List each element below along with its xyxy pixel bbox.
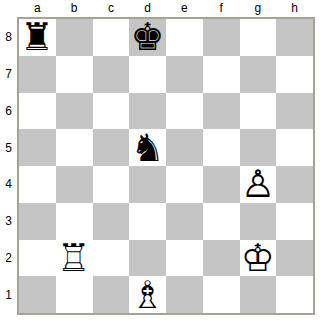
square-b2[interactable]: ♖ xyxy=(56,240,93,277)
square-h8[interactable] xyxy=(276,19,313,56)
white-king-icon[interactable]: ♔ xyxy=(241,240,275,276)
square-e3[interactable] xyxy=(166,203,203,240)
square-d7[interactable] xyxy=(129,56,166,93)
rank-label-2: 2 xyxy=(0,240,17,277)
square-c1[interactable] xyxy=(93,276,130,313)
file-label-h: h xyxy=(276,0,313,17)
square-e8[interactable] xyxy=(166,19,203,56)
file-label-f: f xyxy=(203,0,240,17)
square-a3[interactable] xyxy=(19,203,56,240)
square-g3[interactable] xyxy=(240,203,277,240)
chess-diagram: abcdefgh 87654321 ♜♚♞♙♖♔♗ xyxy=(0,0,320,320)
square-b4[interactable] xyxy=(56,166,93,203)
square-c7[interactable] xyxy=(93,56,130,93)
square-d1[interactable]: ♗ xyxy=(129,276,166,313)
file-labels: abcdefgh xyxy=(19,0,313,17)
square-g4[interactable]: ♙ xyxy=(240,166,277,203)
square-f1[interactable] xyxy=(203,276,240,313)
square-g5[interactable] xyxy=(240,129,277,166)
rank-label-7: 7 xyxy=(0,56,17,93)
square-d8[interactable]: ♚ xyxy=(129,19,166,56)
square-d3[interactable] xyxy=(129,203,166,240)
square-g6[interactable] xyxy=(240,93,277,130)
square-b1[interactable] xyxy=(56,276,93,313)
rank-label-4: 4 xyxy=(0,166,17,203)
square-d4[interactable] xyxy=(129,166,166,203)
square-b3[interactable] xyxy=(56,203,93,240)
square-c4[interactable] xyxy=(93,166,130,203)
square-h2[interactable] xyxy=(276,240,313,277)
square-e5[interactable] xyxy=(166,129,203,166)
square-c2[interactable] xyxy=(93,240,130,277)
square-a5[interactable] xyxy=(19,129,56,166)
file-label-b: b xyxy=(56,0,93,17)
square-c8[interactable] xyxy=(93,19,130,56)
square-f8[interactable] xyxy=(203,19,240,56)
square-e1[interactable] xyxy=(166,276,203,313)
chess-board: ♜♚♞♙♖♔♗ xyxy=(17,17,315,315)
square-e4[interactable] xyxy=(166,166,203,203)
file-label-e: e xyxy=(166,0,203,17)
rank-labels: 87654321 xyxy=(0,19,17,313)
square-a7[interactable] xyxy=(19,56,56,93)
black-king-icon[interactable]: ♚ xyxy=(131,19,165,55)
black-knight-icon[interactable]: ♞ xyxy=(131,130,165,166)
square-f3[interactable] xyxy=(203,203,240,240)
square-f5[interactable] xyxy=(203,129,240,166)
square-h7[interactable] xyxy=(276,56,313,93)
square-a8[interactable]: ♜ xyxy=(19,19,56,56)
square-e2[interactable] xyxy=(166,240,203,277)
square-c5[interactable] xyxy=(93,129,130,166)
square-f6[interactable] xyxy=(203,93,240,130)
square-h3[interactable] xyxy=(276,203,313,240)
file-label-g: g xyxy=(240,0,277,17)
black-rook-icon[interactable]: ♜ xyxy=(20,19,54,55)
square-d2[interactable] xyxy=(129,240,166,277)
square-g2[interactable]: ♔ xyxy=(240,240,277,277)
square-g1[interactable] xyxy=(240,276,277,313)
square-d6[interactable] xyxy=(129,93,166,130)
square-a1[interactable] xyxy=(19,276,56,313)
square-d5[interactable]: ♞ xyxy=(129,129,166,166)
white-rook-icon[interactable]: ♖ xyxy=(57,240,91,276)
rank-label-6: 6 xyxy=(0,93,17,130)
white-pawn-icon[interactable]: ♙ xyxy=(241,166,275,202)
square-a6[interactable] xyxy=(19,93,56,130)
square-h6[interactable] xyxy=(276,93,313,130)
rank-label-8: 8 xyxy=(0,19,17,56)
square-b7[interactable] xyxy=(56,56,93,93)
square-e6[interactable] xyxy=(166,93,203,130)
square-b8[interactable] xyxy=(56,19,93,56)
square-a4[interactable] xyxy=(19,166,56,203)
square-a2[interactable] xyxy=(19,240,56,277)
square-f2[interactable] xyxy=(203,240,240,277)
square-b5[interactable] xyxy=(56,129,93,166)
square-h5[interactable] xyxy=(276,129,313,166)
file-label-c: c xyxy=(93,0,130,17)
rank-label-5: 5 xyxy=(0,129,17,166)
white-bishop-icon[interactable]: ♗ xyxy=(131,277,165,313)
square-h1[interactable] xyxy=(276,276,313,313)
square-f7[interactable] xyxy=(203,56,240,93)
square-f4[interactable] xyxy=(203,166,240,203)
square-g7[interactable] xyxy=(240,56,277,93)
square-h4[interactable] xyxy=(276,166,313,203)
square-b6[interactable] xyxy=(56,93,93,130)
square-c3[interactable] xyxy=(93,203,130,240)
square-c6[interactable] xyxy=(93,93,130,130)
rank-label-1: 1 xyxy=(0,276,17,313)
rank-label-3: 3 xyxy=(0,203,17,240)
square-g8[interactable] xyxy=(240,19,277,56)
square-e7[interactable] xyxy=(166,56,203,93)
